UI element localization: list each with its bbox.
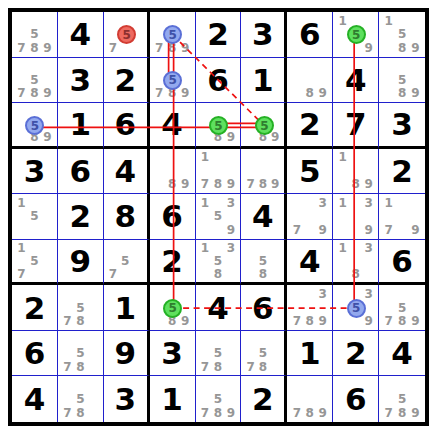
cell-value: 4 [58, 12, 103, 57]
cell-value: 5 [287, 149, 332, 194]
cell-r5c9[interactable]: 179 [379, 194, 425, 240]
cell-r4c6[interactable]: 789 [241, 149, 287, 195]
candidates: 157 [12, 240, 57, 283]
cell-value: 1 [241, 58, 284, 103]
candidates: 589 [379, 58, 425, 103]
cell-r2c7[interactable]: 89 [287, 58, 333, 104]
cell-r6c6[interactable]: 58 [241, 240, 287, 286]
candidate-9[interactable]: 9 [316, 87, 329, 101]
cell-r2c5[interactable]: 6 [196, 58, 242, 104]
candidate-9[interactable]: 9 [362, 41, 375, 55]
cell-r7c3[interactable]: 1 [104, 285, 150, 331]
cell-value: 9 [58, 240, 103, 283]
candidate-8[interactable]: 8 [212, 178, 225, 192]
candidate-1[interactable]: 1 [199, 242, 212, 255]
cell-r6c1[interactable]: 157 [12, 240, 58, 286]
cell-r2c8[interactable]: 4 [333, 58, 379, 104]
candidate-5[interactable]: 5 [395, 73, 408, 87]
candidate-8[interactable]: 8 [28, 87, 41, 101]
cell-value: 2 [12, 285, 57, 330]
candidates: 5789 [196, 376, 241, 422]
candidate-5[interactable]: 5 [395, 28, 408, 42]
candidates: 15 [12, 194, 57, 239]
cell-r1c6[interactable]: 3 [241, 12, 287, 58]
candidate-5[interactable]: 5 [212, 255, 225, 268]
candidates: 578 [58, 285, 103, 330]
candidates: 89 [287, 58, 332, 103]
cell-r6c4[interactable]: 2 [150, 240, 196, 286]
cell-r8c7[interactable]: 1 [287, 331, 333, 377]
candidate-9[interactable]: 9 [269, 131, 281, 144]
cell-value: 2 [241, 376, 284, 422]
candidates: 1359 [196, 194, 241, 239]
candidates: 379 [287, 194, 332, 239]
candidate-9[interactable]: 9 [316, 223, 329, 237]
candidate-3[interactable]: 3 [224, 196, 237, 210]
candidates: 1358 [196, 240, 241, 283]
candidate-1[interactable]: 1 [382, 196, 395, 210]
cell-value: 3 [104, 376, 147, 422]
cell-value: 4 [379, 331, 425, 376]
candidate-8[interactable]: 8 [212, 406, 225, 420]
cell-value: 4 [333, 58, 378, 103]
cell-r5c5[interactable]: 1359 [196, 194, 242, 240]
cell-value: 4 [287, 240, 332, 283]
cell-r9c3[interactable]: 3 [104, 376, 150, 422]
cell-r4c2[interactable]: 6 [58, 149, 104, 195]
cell-value: 4 [150, 103, 195, 146]
cell-value: 2 [379, 149, 425, 194]
candidate-8[interactable]: 8 [166, 178, 179, 192]
cell-value: 6 [104, 103, 147, 146]
cell-r4c3[interactable]: 4 [104, 149, 150, 195]
candidate-8[interactable]: 8 [395, 314, 408, 328]
cell-r7c9[interactable]: 5789 [379, 285, 425, 331]
candidate-8[interactable]: 8 [74, 406, 87, 420]
candidate-7[interactable]: 7 [15, 41, 28, 55]
candidate-1[interactable]: 1 [382, 14, 395, 28]
cell-r8c1[interactable]: 6 [12, 331, 58, 377]
candidates: 3789 [287, 285, 332, 330]
cell-value: 1 [104, 285, 147, 330]
cell-r9c2[interactable]: 578 [58, 376, 104, 422]
cell-r1c7[interactable]: 6 [287, 12, 333, 58]
candidate-9[interactable]: 9 [179, 314, 192, 328]
cell-value: 6 [241, 285, 284, 330]
candidate-8[interactable]: 8 [74, 360, 87, 374]
candidate-9[interactable]: 9 [179, 178, 192, 192]
candidates: 5789 [12, 12, 57, 57]
cell-value: 4 [196, 285, 241, 330]
candidate-8[interactable]: 8 [395, 41, 408, 55]
candidate-8[interactable]: 8 [395, 87, 408, 101]
cell-r9c7[interactable]: 789 [287, 376, 333, 422]
cell-r2c9[interactable]: 589 [379, 58, 425, 104]
candidates: 578 [196, 331, 241, 376]
candidate-1[interactable]: 1 [199, 151, 212, 165]
cell-value: 3 [379, 103, 425, 146]
cell-r4c1[interactable]: 3 [12, 149, 58, 195]
cell-r4c5[interactable]: 1789 [196, 149, 242, 195]
candidate-9[interactable]: 9 [362, 314, 375, 328]
candidates: 179 [379, 194, 425, 239]
candidates: 789 [287, 376, 332, 422]
candidate-7[interactable]: 7 [107, 41, 119, 55]
candidate-9[interactable]: 9 [41, 87, 54, 101]
candidate-3[interactable]: 3 [316, 196, 329, 210]
candidate-7[interactable]: 7 [290, 223, 303, 237]
candidate-9[interactable]: 9 [316, 406, 329, 420]
candidate-8[interactable]: 8 [28, 41, 41, 55]
cell-value: 1 [58, 103, 103, 146]
candidate-1[interactable]: 1 [336, 196, 349, 210]
cell-value: 6 [196, 58, 241, 103]
cell-value: 8 [104, 194, 147, 239]
candidate-9[interactable]: 9 [269, 178, 281, 192]
candidate-8[interactable]: 8 [303, 314, 316, 328]
chain-marker-green-r7c4: 5 [163, 299, 182, 318]
cell-r8c4[interactable]: 3 [150, 331, 196, 377]
candidate-7[interactable]: 7 [153, 87, 166, 101]
candidate-1[interactable]: 1 [15, 196, 28, 210]
candidate-5[interactable]: 5 [28, 255, 41, 268]
candidate-9[interactable]: 9 [224, 178, 237, 192]
candidate-5[interactable]: 5 [212, 392, 225, 406]
cell-value: 3 [58, 58, 103, 103]
cell-r1c9[interactable]: 1589 [379, 12, 425, 58]
cell-value: 7 [333, 103, 378, 146]
cell-value: 4 [104, 149, 147, 194]
candidate-8[interactable]: 8 [257, 360, 269, 374]
candidate-7[interactable]: 7 [290, 314, 303, 328]
candidate-7[interactable]: 7 [107, 267, 119, 280]
candidate-5[interactable]: 5 [212, 346, 225, 360]
candidate-9[interactable]: 9 [41, 131, 54, 144]
cell-r2c3[interactable]: 2 [104, 58, 150, 104]
cell-r1c5[interactable]: 2 [196, 12, 242, 58]
cell-value: 4 [12, 376, 57, 422]
candidates: 5789 [379, 376, 425, 422]
chain-marker-blue-r2c4: 5 [163, 71, 182, 90]
cell-r5c7[interactable]: 379 [287, 194, 333, 240]
candidate-3[interactable]: 3 [362, 287, 375, 301]
cell-r8c8[interactable]: 2 [333, 331, 379, 377]
candidate-8[interactable]: 8 [74, 314, 87, 328]
candidate-5[interactable]: 5 [395, 392, 408, 406]
chain-marker-blue-r7c8: 5 [347, 299, 366, 318]
cell-r6c9[interactable]: 6 [379, 240, 425, 286]
cell-r6c3[interactable]: 57 [104, 240, 150, 286]
cell-r9c6[interactable]: 2 [241, 376, 287, 422]
candidate-7[interactable]: 7 [199, 178, 212, 192]
cell-r8c6[interactable]: 578 [241, 331, 287, 377]
sudoku-board-screenshot: 5789457578923615915895789325789618945895… [0, 0, 437, 434]
candidates: 89 [150, 149, 195, 194]
candidate-5[interactable]: 5 [74, 392, 87, 406]
cell-value: 6 [150, 194, 195, 239]
candidate-9[interactable]: 9 [409, 87, 422, 101]
candidate-1[interactable]: 1 [199, 196, 212, 210]
cell-value: 1 [287, 331, 332, 376]
cell-r6c8[interactable]: 138 [333, 240, 379, 286]
cell-value: 1 [150, 376, 195, 422]
candidate-7[interactable]: 7 [15, 267, 28, 280]
cell-value: 6 [379, 240, 425, 283]
candidates: 578 [58, 376, 103, 422]
cell-value: 6 [287, 12, 332, 57]
candidates: 57 [104, 240, 147, 283]
candidate-7[interactable]: 7 [244, 178, 256, 192]
candidates: 5789 [12, 58, 57, 103]
candidates: 578 [241, 331, 284, 376]
cell-value: 2 [150, 240, 195, 283]
cell-value: 3 [241, 12, 284, 57]
cell-r5c2[interactable]: 2 [58, 194, 104, 240]
cell-r6c5[interactable]: 1358 [196, 240, 242, 286]
candidate-9[interactable]: 9 [179, 87, 192, 101]
candidate-8[interactable]: 8 [303, 87, 316, 101]
candidate-8[interactable]: 8 [303, 406, 316, 420]
cell-value: 3 [150, 331, 195, 376]
cell-r2c2[interactable]: 3 [58, 58, 104, 104]
cell-value: 2 [104, 58, 147, 103]
cell-value: 6 [58, 149, 103, 194]
candidate-5[interactable]: 5 [28, 28, 41, 42]
cell-value: 2 [333, 331, 378, 376]
cell-r7c5[interactable]: 4 [196, 285, 242, 331]
cell-r3c7[interactable]: 2 [287, 103, 333, 149]
candidate-8[interactable]: 8 [257, 267, 269, 280]
cell-r9c8[interactable]: 6 [333, 376, 379, 422]
cell-r6c2[interactable]: 9 [58, 240, 104, 286]
candidate-3[interactable]: 3 [224, 242, 237, 255]
candidate-5[interactable]: 5 [257, 346, 269, 360]
candidates: 789 [241, 149, 284, 194]
candidate-7[interactable]: 7 [61, 314, 74, 328]
candidate-9[interactable]: 9 [224, 131, 237, 144]
candidate-7[interactable]: 7 [15, 87, 28, 101]
cell-r5c1[interactable]: 15 [12, 194, 58, 240]
cell-r4c7[interactable]: 5 [287, 149, 333, 195]
cell-r8c2[interactable]: 578 [58, 331, 104, 377]
candidate-3[interactable]: 3 [316, 287, 329, 301]
candidate-9[interactable]: 9 [224, 223, 237, 237]
cell-value: 2 [287, 103, 332, 146]
candidate-5[interactable]: 5 [212, 210, 225, 224]
candidate-8[interactable]: 8 [212, 360, 225, 374]
candidate-5[interactable]: 5 [119, 255, 131, 268]
cell-r4c8[interactable]: 189 [333, 149, 379, 195]
cell-r5c6[interactable]: 4 [241, 194, 287, 240]
cell-r5c4[interactable]: 6 [150, 194, 196, 240]
candidate-5[interactable]: 5 [74, 346, 87, 360]
cell-r9c4[interactable]: 1 [150, 376, 196, 422]
cell-r4c4[interactable]: 89 [150, 149, 196, 195]
candidate-5[interactable]: 5 [28, 210, 41, 224]
candidates: 578 [58, 331, 103, 376]
candidate-7[interactable]: 7 [61, 406, 74, 420]
candidate-5[interactable]: 5 [257, 255, 269, 268]
candidates: 1789 [196, 149, 241, 194]
sudoku-board[interactable]: 5789457578923615915895789325789618945895… [8, 8, 429, 426]
cell-r2c6[interactable]: 1 [241, 58, 287, 104]
cell-value: 6 [333, 376, 378, 422]
candidate-9[interactable]: 9 [41, 41, 54, 55]
candidates: 189 [333, 149, 378, 194]
candidate-9[interactable]: 9 [362, 223, 375, 237]
cell-r9c9[interactable]: 5789 [379, 376, 425, 422]
candidate-8[interactable]: 8 [212, 267, 225, 280]
candidates: 1589 [379, 12, 425, 57]
candidate-3[interactable]: 3 [362, 242, 375, 255]
candidate-7[interactable]: 7 [244, 360, 256, 374]
cell-r8c9[interactable]: 4 [379, 331, 425, 377]
cell-r7c1[interactable]: 2 [12, 285, 58, 331]
cell-value: 9 [104, 331, 147, 376]
candidate-9[interactable]: 9 [316, 314, 329, 328]
candidate-7[interactable]: 7 [199, 360, 212, 374]
candidate-8[interactable]: 8 [349, 267, 362, 280]
candidates: 5789 [379, 285, 425, 330]
cell-r3c8[interactable]: 7 [333, 103, 379, 149]
cell-r6c7[interactable]: 4 [287, 240, 333, 286]
cell-value: 3 [12, 149, 57, 194]
cell-value: 2 [58, 194, 103, 239]
cell-r5c8[interactable]: 139 [333, 194, 379, 240]
cell-r7c7[interactable]: 3789 [287, 285, 333, 331]
cell-r9c1[interactable]: 4 [12, 376, 58, 422]
candidate-1[interactable]: 1 [15, 242, 28, 255]
candidate-9[interactable]: 9 [409, 314, 422, 328]
candidate-9[interactable]: 9 [409, 223, 422, 237]
chain-marker-green-r1c8: 5 [347, 25, 366, 44]
candidate-7[interactable]: 7 [382, 406, 395, 420]
candidate-7[interactable]: 7 [290, 406, 303, 420]
cell-r9c5[interactable]: 5789 [196, 376, 242, 422]
cell-r5c3[interactable]: 8 [104, 194, 150, 240]
cell-r7c2[interactable]: 578 [58, 285, 104, 331]
cell-r1c2[interactable]: 4 [58, 12, 104, 58]
cell-value: 4 [241, 194, 284, 239]
cell-r8c5[interactable]: 578 [196, 331, 242, 377]
candidate-9[interactable]: 9 [409, 406, 422, 420]
candidate-7[interactable]: 7 [153, 41, 166, 55]
candidate-5[interactable]: 5 [28, 73, 41, 87]
candidates: 138 [333, 240, 378, 283]
candidate-7[interactable]: 7 [382, 314, 395, 328]
candidate-7[interactable]: 7 [382, 223, 395, 237]
candidate-1[interactable]: 1 [336, 242, 349, 255]
candidate-8[interactable]: 8 [257, 178, 269, 192]
cell-r2c1[interactable]: 5789 [12, 58, 58, 104]
cell-r3c3[interactable]: 6 [104, 103, 150, 149]
cell-value: 2 [196, 12, 241, 57]
candidate-5[interactable]: 5 [395, 301, 408, 315]
cell-r7c6[interactable]: 6 [241, 285, 287, 331]
candidate-1[interactable]: 1 [336, 14, 349, 28]
candidate-8[interactable]: 8 [395, 406, 408, 420]
cell-r3c2[interactable]: 1 [58, 103, 104, 149]
cell-value: 6 [12, 331, 57, 376]
candidate-9[interactable]: 9 [409, 41, 422, 55]
cell-r1c1[interactable]: 5789 [12, 12, 58, 58]
cell-r3c4[interactable]: 4 [150, 103, 196, 149]
candidate-9[interactable]: 9 [179, 41, 192, 55]
candidate-3[interactable]: 3 [362, 196, 375, 210]
candidate-9[interactable]: 9 [224, 406, 237, 420]
candidates: 58 [241, 240, 284, 283]
cell-r8c3[interactable]: 9 [104, 331, 150, 377]
candidate-1[interactable]: 1 [336, 151, 349, 165]
cell-r3c9[interactable]: 3 [379, 103, 425, 149]
candidate-9[interactable]: 9 [362, 178, 375, 192]
candidate-5[interactable]: 5 [74, 301, 87, 315]
candidates: 139 [333, 194, 378, 239]
candidate-7[interactable]: 7 [199, 406, 212, 420]
candidate-8[interactable]: 8 [349, 178, 362, 192]
cell-r4c9[interactable]: 2 [379, 149, 425, 195]
candidate-7[interactable]: 7 [61, 360, 74, 374]
